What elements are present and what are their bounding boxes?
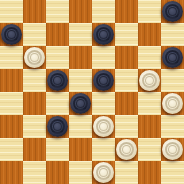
dark-square-r5c0[interactable] [0,115,23,138]
light-square-r6c6 [138,138,161,161]
dark-square-r1c4[interactable] [92,23,115,46]
dark-square-r7c6[interactable] [138,161,161,184]
dark-square-r5c2[interactable] [46,115,69,138]
dark-square-r4c5[interactable] [115,92,138,115]
white-man[interactable] [139,70,160,91]
light-square-r7c1 [23,161,46,184]
black-man[interactable] [93,70,114,91]
dark-square-r4c3[interactable] [69,92,92,115]
dark-square-r2c5[interactable] [115,46,138,69]
light-square-r5c5 [115,115,138,138]
dark-square-r0c5[interactable] [115,0,138,23]
light-square-r2c0 [0,46,23,69]
dark-square-r6c1[interactable] [23,138,46,161]
black-man[interactable] [47,116,68,137]
dark-square-r3c2[interactable] [46,69,69,92]
light-square-r3c3 [69,69,92,92]
light-square-r0c6 [138,0,161,23]
light-square-r6c0 [0,138,23,161]
light-square-r3c1 [23,69,46,92]
black-man[interactable] [162,47,183,68]
dark-square-r6c7[interactable] [161,138,184,161]
light-square-r4c6 [138,92,161,115]
light-square-r0c2 [46,0,69,23]
black-man[interactable] [1,24,22,45]
dark-square-r3c6[interactable] [138,69,161,92]
light-square-r5c7 [161,115,184,138]
light-square-r0c4 [92,0,115,23]
light-square-r7c3 [69,161,92,184]
white-man[interactable] [162,93,183,114]
dark-square-r3c4[interactable] [92,69,115,92]
white-man[interactable] [162,139,183,160]
light-square-r1c5 [115,23,138,46]
dark-square-r6c5[interactable] [115,138,138,161]
dark-square-r2c7[interactable] [161,46,184,69]
dark-square-r4c7[interactable] [161,92,184,115]
black-man[interactable] [70,93,91,114]
dark-square-r7c4[interactable] [92,161,115,184]
white-man[interactable] [93,162,114,183]
light-square-r1c7 [161,23,184,46]
light-square-r7c5 [115,161,138,184]
dark-square-r1c2[interactable] [46,23,69,46]
light-square-r4c0 [0,92,23,115]
light-square-r5c3 [69,115,92,138]
dark-square-r4c1[interactable] [23,92,46,115]
white-man[interactable] [93,116,114,137]
dark-square-r0c7[interactable] [161,0,184,23]
light-square-r1c3 [69,23,92,46]
light-square-r2c4 [92,46,115,69]
light-square-r6c2 [46,138,69,161]
light-square-r4c2 [46,92,69,115]
light-square-r7c7 [161,161,184,184]
black-man[interactable] [47,70,68,91]
light-square-r4c4 [92,92,115,115]
dark-square-r5c4[interactable] [92,115,115,138]
dark-square-r3c0[interactable] [0,69,23,92]
dark-square-r2c1[interactable] [23,46,46,69]
dark-square-r1c0[interactable] [0,23,23,46]
light-square-r5c1 [23,115,46,138]
dark-square-r6c3[interactable] [69,138,92,161]
dark-square-r5c6[interactable] [138,115,161,138]
dark-square-r7c0[interactable] [0,161,23,184]
black-man[interactable] [93,24,114,45]
dark-square-r2c3[interactable] [69,46,92,69]
checkers-app-window [0,0,184,184]
light-square-r3c7 [161,69,184,92]
checkers-board [0,0,184,184]
light-square-r3c5 [115,69,138,92]
light-square-r2c6 [138,46,161,69]
dark-square-r7c2[interactable] [46,161,69,184]
dark-square-r0c3[interactable] [69,0,92,23]
dark-square-r1c6[interactable] [138,23,161,46]
white-man[interactable] [116,139,137,160]
light-square-r2c2 [46,46,69,69]
black-man[interactable] [162,1,183,22]
white-man[interactable] [24,47,45,68]
light-square-r0c0 [0,0,23,23]
light-square-r1c1 [23,23,46,46]
light-square-r6c4 [92,138,115,161]
dark-square-r0c1[interactable] [23,0,46,23]
